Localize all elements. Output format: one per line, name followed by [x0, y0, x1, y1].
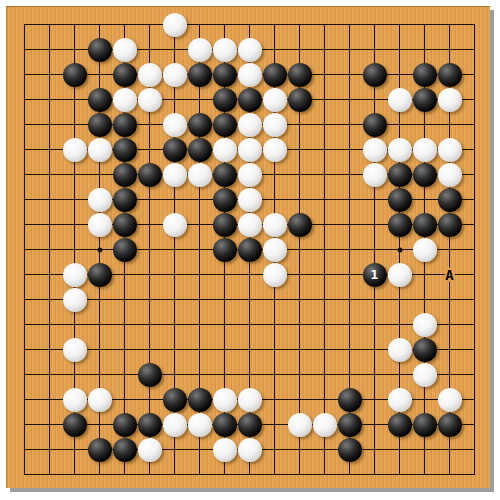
- stone-black: [438, 63, 462, 87]
- stone-black: [413, 338, 437, 362]
- stone-black: [413, 63, 437, 87]
- stone-white: [388, 388, 412, 412]
- stone-white: [163, 113, 187, 137]
- stone-black: [213, 188, 237, 212]
- stone-white: [263, 113, 287, 137]
- stone-black: [113, 113, 137, 137]
- stone-black: [188, 138, 212, 162]
- stone-white: [413, 363, 437, 387]
- stone-black: [213, 63, 237, 87]
- stone-white: [63, 263, 87, 287]
- stone-white: [88, 213, 112, 237]
- stone-white: [413, 238, 437, 262]
- stone-black: [88, 263, 112, 287]
- stone-black: [338, 438, 362, 462]
- stone-white: [263, 138, 287, 162]
- stone-black: [113, 188, 137, 212]
- stone-black: [288, 88, 312, 112]
- stone-white: [263, 263, 287, 287]
- stone-white: [263, 213, 287, 237]
- stone-white: [238, 188, 262, 212]
- stone-black: [438, 213, 462, 237]
- stone-white: [163, 63, 187, 87]
- stone-black: [88, 438, 112, 462]
- stone-black: [213, 413, 237, 437]
- stone-white: [388, 338, 412, 362]
- stone-black: [113, 238, 137, 262]
- stone-black: [163, 388, 187, 412]
- stone-black: [288, 63, 312, 87]
- stone-white: [213, 388, 237, 412]
- stone-black: [363, 63, 387, 87]
- stone-black: [213, 163, 237, 187]
- stone-white: [63, 138, 87, 162]
- stone-white: [238, 388, 262, 412]
- stone-white: [288, 413, 312, 437]
- move-number-label: 1: [371, 268, 379, 281]
- stone-black: [413, 88, 437, 112]
- stone-white: [88, 188, 112, 212]
- star-point: [97, 247, 102, 252]
- stone-black: [338, 388, 362, 412]
- stone-black: [388, 413, 412, 437]
- stone-white: [163, 413, 187, 437]
- label-A: A: [444, 267, 454, 282]
- stone-white: [363, 163, 387, 187]
- stone-white: [313, 413, 337, 437]
- stone-black: [88, 38, 112, 62]
- stone-black: [388, 163, 412, 187]
- stone-white: [213, 38, 237, 62]
- stone-black: [88, 88, 112, 112]
- stone-white: [263, 238, 287, 262]
- star-point: [397, 247, 402, 252]
- stone-black: [213, 88, 237, 112]
- stone-white: [63, 388, 87, 412]
- stone-white: [238, 63, 262, 87]
- stone-black: [88, 113, 112, 137]
- stone-black: [213, 113, 237, 137]
- stone-white: [438, 163, 462, 187]
- stone-black: [388, 188, 412, 212]
- stone-white: [113, 88, 137, 112]
- stone-black: [413, 163, 437, 187]
- stone-black: [113, 213, 137, 237]
- stone-black: [188, 113, 212, 137]
- stone-black: [63, 413, 87, 437]
- stone-white: [113, 38, 137, 62]
- stone-white: [388, 263, 412, 287]
- stone-white: [438, 88, 462, 112]
- stone-white: [88, 388, 112, 412]
- stone-black: [438, 413, 462, 437]
- stone-black: [113, 63, 137, 87]
- stone-black: [63, 63, 87, 87]
- stone-white: [213, 438, 237, 462]
- stone-black: [413, 213, 437, 237]
- stone-white: [188, 413, 212, 437]
- stone-black: [188, 63, 212, 87]
- stone-white: [438, 138, 462, 162]
- stone-white: [138, 88, 162, 112]
- stone-white: [138, 63, 162, 87]
- stone-black: [213, 213, 237, 237]
- stone-black: [238, 88, 262, 112]
- stone-white: [438, 388, 462, 412]
- stone-black: [113, 438, 137, 462]
- go-board[interactable]: 1A: [6, 6, 490, 488]
- stone-white: [188, 38, 212, 62]
- stone-black: [238, 413, 262, 437]
- stone-black: [188, 388, 212, 412]
- stone-black: [113, 163, 137, 187]
- stone-black: [113, 138, 137, 162]
- stone-white: [238, 163, 262, 187]
- stone-black: [413, 413, 437, 437]
- stone-black: [388, 213, 412, 237]
- stone-white: [238, 113, 262, 137]
- stone-white: [413, 138, 437, 162]
- stone-white: [238, 138, 262, 162]
- stone-white: [263, 88, 287, 112]
- stone-black: [238, 238, 262, 262]
- stone-black: [338, 413, 362, 437]
- stone-black: [138, 163, 162, 187]
- stone-white: [413, 313, 437, 337]
- stone-white: [63, 338, 87, 362]
- stone-white: [163, 163, 187, 187]
- stone-white: [88, 138, 112, 162]
- stone-black: [438, 188, 462, 212]
- stone-black: [163, 138, 187, 162]
- stone-white: [138, 438, 162, 462]
- stone-white: [213, 138, 237, 162]
- stone-black: [363, 113, 387, 137]
- stone-black: [288, 213, 312, 237]
- stone-white: [63, 288, 87, 312]
- stone-black-move-1: 1: [363, 263, 387, 287]
- stone-white: [163, 213, 187, 237]
- stone-white: [388, 138, 412, 162]
- stone-white: [363, 138, 387, 162]
- stone-white: [188, 163, 212, 187]
- stone-white: [238, 213, 262, 237]
- stone-white: [238, 438, 262, 462]
- stone-black: [113, 413, 137, 437]
- stone-black: [138, 363, 162, 387]
- stone-black: [213, 238, 237, 262]
- stone-black: [138, 413, 162, 437]
- stone-black: [263, 63, 287, 87]
- stone-white: [388, 88, 412, 112]
- stone-white: [163, 13, 187, 37]
- stone-white: [238, 38, 262, 62]
